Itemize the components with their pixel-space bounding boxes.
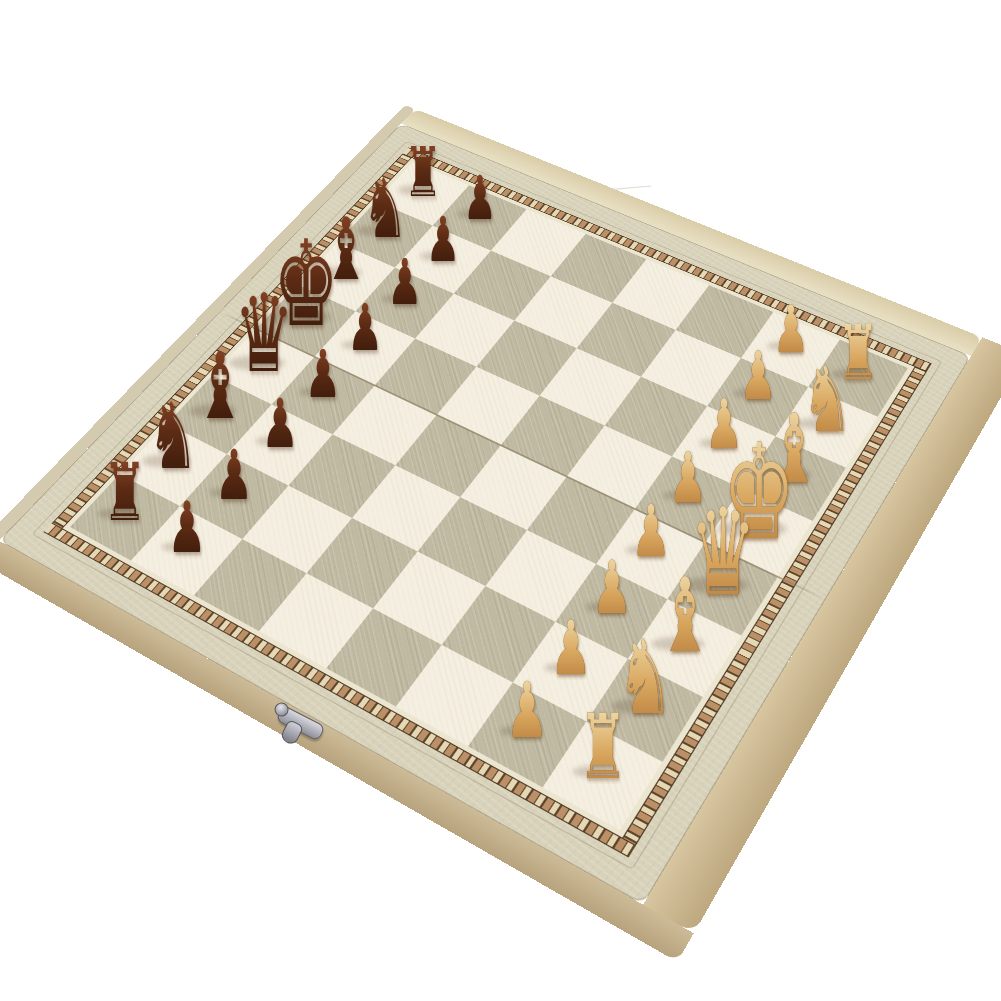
piece-black-knight-b8[interactable]: ♞: [148, 391, 199, 483]
piece-white-pawn-c2[interactable]: ♟: [591, 552, 632, 625]
product-photo-stage: ♜♟♞♟♝♟♚♟♟♛♜♟♟♝♞♟♟♞♝♟♟♜♚♟♟♛♟♝♟♞♟♜: [0, 0, 1001, 1001]
piece-black-pawn-f7[interactable]: ♟: [387, 252, 422, 315]
piece-black-pawn-d7[interactable]: ♟: [305, 342, 342, 408]
piece-black-rook-a8[interactable]: ♜: [103, 453, 147, 533]
piece-black-pawn-g7[interactable]: ♟: [426, 209, 461, 271]
pieces-layer: ♜♟♞♟♝♟♚♟♟♛♜♟♟♝♞♟♟♞♝♟♟♜♚♟♟♛♟♝♟♞♟♜: [0, 0, 1001, 1001]
piece-white-pawn-b2[interactable]: ♟: [550, 610, 592, 685]
piece-black-pawn-e7[interactable]: ♟: [347, 296, 383, 361]
piece-black-rook-h8[interactable]: ♜: [404, 138, 442, 207]
piece-white-rook-a1[interactable]: ♜: [578, 703, 628, 793]
piece-white-pawn-a2[interactable]: ♟: [506, 672, 549, 749]
piece-black-pawn-b7[interactable]: ♟: [215, 440, 253, 509]
piece-black-pawn-h7[interactable]: ♟: [463, 169, 497, 230]
piece-black-pawn-a7[interactable]: ♟: [167, 493, 206, 564]
piece-black-pawn-c7[interactable]: ♟: [261, 390, 299, 458]
piece-black-bishop-c8[interactable]: ♝: [194, 341, 245, 432]
